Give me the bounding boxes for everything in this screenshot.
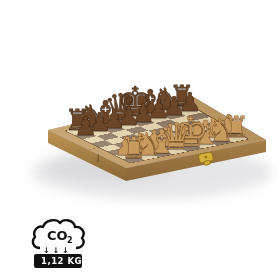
down-arrows-icon: ↓ ↓ ↓ bbox=[43, 246, 69, 255]
product-photo-scene: ♜♞♝♛♚♝♞♜♟♟♟♟♟♟♟♟♟♟♟♟♟♟♟♟♜♞♝♛♚♝♞♜ CO 2 ↓ … bbox=[0, 0, 278, 278]
co2-badge: CO 2 ↓ ↓ ↓ 1,12 KG bbox=[30, 218, 88, 270]
co2-label: CO bbox=[47, 228, 68, 243]
co2-subscript: 2 bbox=[67, 236, 73, 245]
co2-weight: 1,12 KG bbox=[41, 256, 82, 266]
